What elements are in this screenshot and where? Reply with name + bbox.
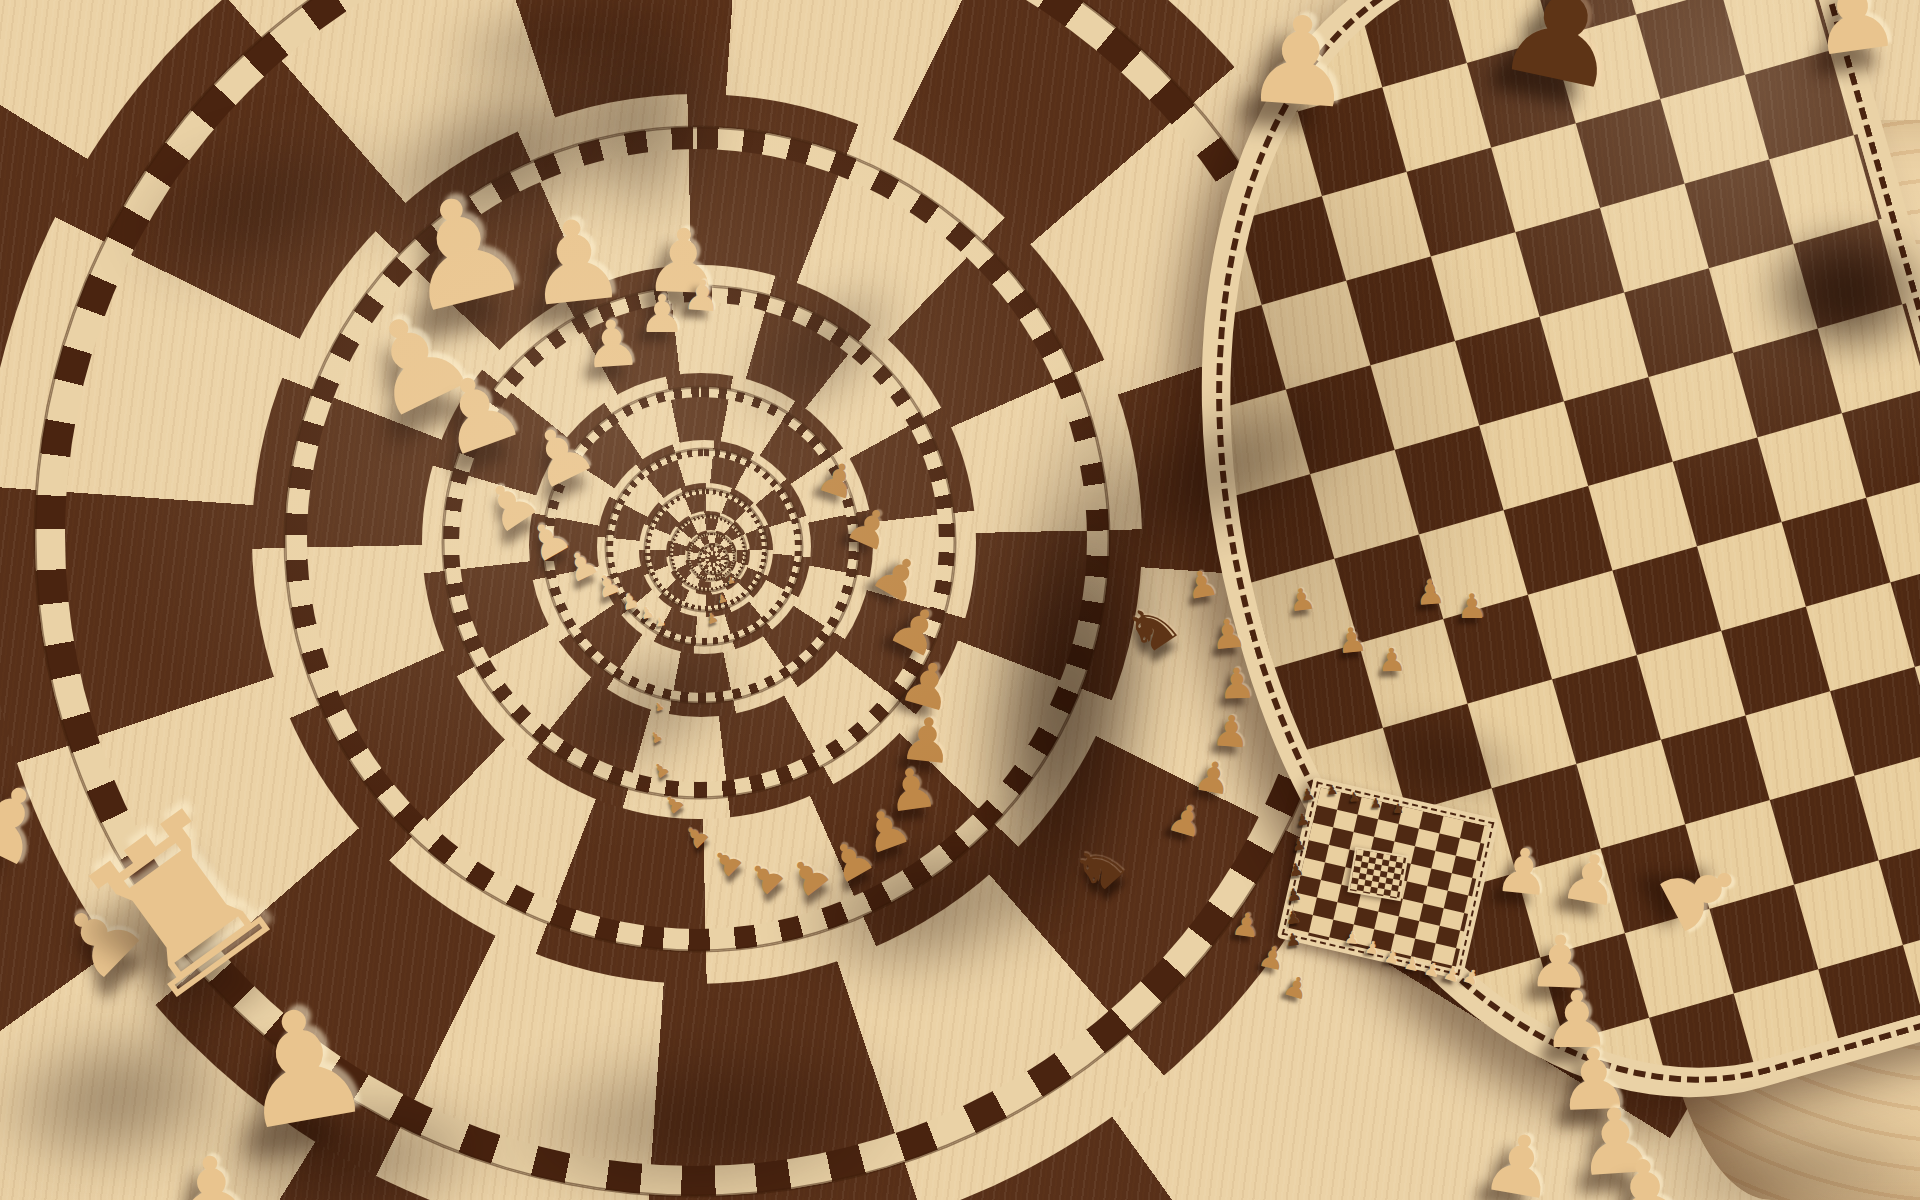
chess-piece-pawn[interactable]: ♟: [1598, 1144, 1694, 1200]
chess-piece-pawn[interactable]: ♟: [1284, 931, 1301, 950]
chess-piece-pawn[interactable]: ♟: [581, 310, 643, 378]
fractal-chessboard-artwork: ♟♟♟♟♟♟♟♟♟♟♟♟♟♟♟♟♟♟♟♟♟♟♟♟♟♟♟♟♟♟♟♟♟♟♟♟♟♟♜♟…: [0, 0, 1920, 1200]
micro-board-squares: [1350, 849, 1407, 899]
chess-piece-pawn[interactable]: ♟: [1284, 909, 1301, 928]
chess-piece-pawn[interactable]: ♟: [1241, 0, 1359, 127]
chess-piece-pawn[interactable]: ♟: [1230, 907, 1263, 943]
chess-piece-pawn[interactable]: ♟: [1348, 790, 1361, 804]
chess-piece-pawn[interactable]: ♟: [1344, 929, 1361, 948]
chess-piece-pawn[interactable]: ♟: [1556, 842, 1626, 917]
chess-piece-pawn[interactable]: ♟: [1382, 947, 1401, 968]
chess-piece-pawn[interactable]: ♟: [1326, 783, 1339, 797]
chess-piece-pawn[interactable]: ♟: [682, 274, 722, 319]
chess-piece-pawn[interactable]: ♟: [1291, 836, 1307, 854]
chess-piece-pawn[interactable]: ♟: [1335, 621, 1369, 658]
chess-piece-pawn[interactable]: ♟: [1803, 0, 1906, 72]
micro-chessboard: [1347, 847, 1408, 902]
chess-piece-pawn[interactable]: ♟: [1457, 589, 1487, 623]
chess-piece-pawn[interactable]: ♟: [1300, 786, 1316, 804]
chess-piece-pawn[interactable]: ♟: [1285, 886, 1302, 905]
chess-piece-pawn[interactable]: ♟: [1287, 583, 1318, 616]
chess-piece-pawn[interactable]: ♟: [639, 288, 686, 340]
chess-piece-pawn[interactable]: ♟: [1363, 939, 1380, 958]
chess-piece-pawn[interactable]: ♟: [726, 576, 736, 586]
chess-piece-pawn[interactable]: ♟: [519, 201, 631, 323]
chess-piece-pawn[interactable]: ♟: [1370, 796, 1382, 809]
chess-piece-pawn[interactable]: ♟: [1295, 811, 1311, 829]
chess-piece-pawn[interactable]: ♟: [168, 1143, 257, 1200]
chess-piece-pawn[interactable]: ♟: [654, 615, 667, 629]
chess-piece-pawn[interactable]: ♟: [1477, 1119, 1564, 1200]
chess-piece-pawn[interactable]: ♟: [1377, 644, 1407, 677]
spiral-checker-ring: [709, 555, 717, 563]
chess-piece-pawn[interactable]: ♟: [1287, 861, 1304, 880]
chess-piece-pawn[interactable]: ♟: [1492, 838, 1554, 905]
chess-piece-pawn[interactable]: ♟: [1414, 574, 1447, 610]
chess-piece-pawn[interactable]: ♟: [1208, 612, 1248, 656]
chess-piece-pawn[interactable]: ♟: [1217, 662, 1256, 705]
chess-piece-pawn[interactable]: ♟: [1210, 709, 1251, 755]
chess-piece-pawn[interactable]: ♟: [1392, 802, 1404, 815]
chess-piece-pawn[interactable]: ♟: [222, 981, 383, 1154]
chess-piece-pawn[interactable]: ♟: [1191, 754, 1235, 802]
chess-piece-pawn[interactable]: ♟: [1183, 564, 1221, 605]
